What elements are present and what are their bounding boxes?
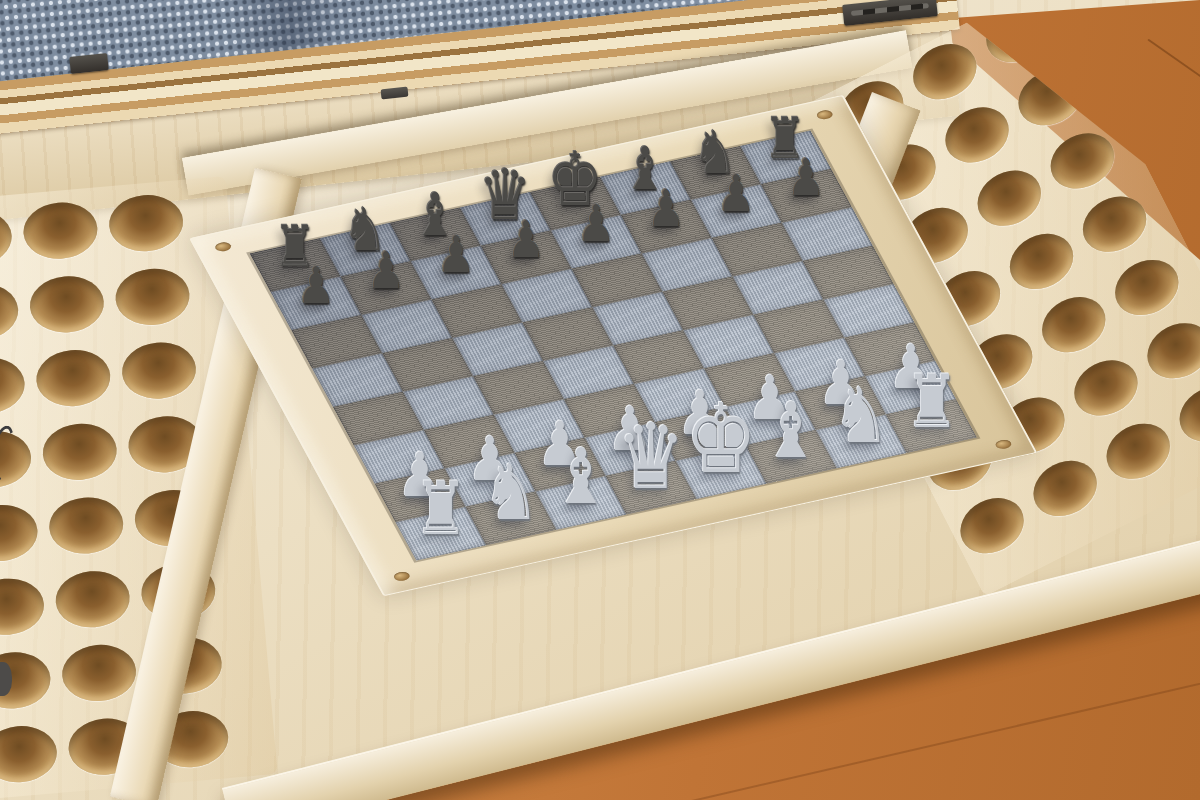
tray-hole xyxy=(107,192,186,254)
tray-hole xyxy=(53,568,132,630)
tray-hole xyxy=(936,97,1018,173)
tray-hole xyxy=(1106,249,1188,325)
piece-black-pawn[interactable]: ♟ xyxy=(577,200,615,251)
tray-hole xyxy=(34,347,113,409)
tray-hole xyxy=(1138,313,1200,389)
tray-hole xyxy=(60,642,139,704)
frame-peg xyxy=(815,109,834,120)
tray-hole xyxy=(0,207,14,269)
piece-black-pawn[interactable]: ♟ xyxy=(367,246,405,297)
piece-black-pawn[interactable]: ♟ xyxy=(787,154,825,205)
tray-hole xyxy=(968,160,1050,236)
piece-white-queen[interactable]: ♛ xyxy=(617,412,685,503)
piece-black-pawn[interactable]: ♟ xyxy=(507,215,545,266)
tray-hole xyxy=(47,494,126,556)
tray-hole xyxy=(0,502,40,564)
piece-white-knight[interactable]: ♞ xyxy=(482,454,540,531)
tray-hole xyxy=(1000,223,1082,299)
frame-peg xyxy=(994,439,1013,450)
tray-hole xyxy=(40,421,119,483)
piece-white-rook[interactable]: ♜ xyxy=(413,473,468,546)
tray-hole xyxy=(1170,376,1200,452)
piece-white-knight[interactable]: ♞ xyxy=(832,377,890,454)
piece-black-pawn[interactable]: ♟ xyxy=(647,184,685,235)
tray-hole xyxy=(951,488,1033,564)
piece-white-bishop[interactable]: ♝ xyxy=(762,393,820,470)
tray-hole xyxy=(0,723,59,785)
piece-black-pawn[interactable]: ♟ xyxy=(717,169,755,220)
piece-black-pawn[interactable]: ♟ xyxy=(437,231,475,282)
tray-hole xyxy=(21,200,100,262)
tray-hole xyxy=(0,281,20,343)
piece-black-pawn[interactable]: ♟ xyxy=(297,261,335,312)
tray-hole xyxy=(113,266,192,328)
frame-peg xyxy=(213,241,232,252)
tray-hole xyxy=(120,339,199,401)
tray-hole xyxy=(1033,287,1115,363)
frame-peg xyxy=(392,571,411,582)
tray-hole xyxy=(1073,186,1155,262)
tray-hole xyxy=(1097,413,1179,489)
chess-box-scene: ♜♞♝♛♚♝♞♜♟♟♟♟♟♟♟♟♟♟♟♟♟♟♟♟♜♞♝♛♚♝♞♜ xyxy=(0,0,1200,800)
tray-hole xyxy=(28,273,107,335)
tray-hole xyxy=(1065,350,1147,426)
piece-white-bishop[interactable]: ♝ xyxy=(552,439,610,516)
piece-white-king[interactable]: ♚ xyxy=(685,392,757,488)
tray-hole xyxy=(0,576,46,638)
tray-hole xyxy=(0,354,27,416)
tray-hole xyxy=(1024,450,1106,526)
piece-white-rook[interactable]: ♜ xyxy=(904,365,959,438)
